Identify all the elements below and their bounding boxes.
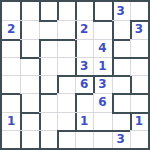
given-digit: 2 — [80, 23, 88, 35]
given-digit: 3 — [135, 23, 143, 35]
cell-r3c8[interactable] — [130, 39, 148, 57]
cell-r3c3[interactable] — [39, 39, 57, 57]
cell-r6c6[interactable]: 6 — [93, 93, 111, 111]
cell-r8c2[interactable] — [20, 130, 38, 148]
cell-r4c5[interactable]: 3 — [75, 57, 93, 75]
cell-r5c6[interactable]: 3 — [93, 75, 111, 93]
given-digit: 1 — [7, 115, 15, 127]
cell-r7c4[interactable] — [57, 112, 75, 130]
cell-r3c7[interactable] — [112, 39, 130, 57]
cell-r4c3[interactable] — [39, 57, 57, 75]
cell-r4c4[interactable] — [57, 57, 75, 75]
cell-r4c2[interactable] — [20, 57, 38, 75]
cell-r2c6[interactable] — [93, 20, 111, 38]
cell-r7c7[interactable] — [112, 112, 130, 130]
cell-r4c8[interactable] — [130, 57, 148, 75]
cell-r7c5[interactable]: 1 — [75, 112, 93, 130]
cell-r5c7[interactable] — [112, 75, 130, 93]
cell-r7c2[interactable] — [20, 112, 38, 130]
cell-r8c8[interactable] — [130, 130, 148, 148]
cell-r2c7[interactable] — [112, 20, 130, 38]
cell-r4c1[interactable] — [2, 57, 20, 75]
given-digit: 3 — [116, 5, 124, 17]
cell-r1c1[interactable] — [2, 2, 20, 20]
cell-r8c1[interactable] — [2, 130, 20, 148]
cell-r6c4[interactable] — [57, 93, 75, 111]
cell-r5c2[interactable] — [20, 75, 38, 93]
cell-r5c5[interactable]: 6 — [75, 75, 93, 93]
cell-r3c1[interactable] — [2, 39, 20, 57]
cell-r7c3[interactable] — [39, 112, 57, 130]
cell-r7c8[interactable]: 1 — [130, 112, 148, 130]
cell-r6c8[interactable] — [130, 93, 148, 111]
cell-r8c6[interactable] — [93, 130, 111, 148]
given-digit: 4 — [98, 42, 106, 54]
given-digit: 3 — [80, 60, 88, 72]
cell-r5c1[interactable] — [2, 75, 20, 93]
cell-r2c3[interactable] — [39, 20, 57, 38]
given-digit: 1 — [98, 60, 106, 72]
cell-r6c7[interactable] — [112, 93, 130, 111]
cell-r1c7[interactable]: 3 — [112, 2, 130, 20]
cell-r6c3[interactable] — [39, 93, 57, 111]
cell-r5c8[interactable] — [130, 75, 148, 93]
cell-r8c4[interactable] — [57, 130, 75, 148]
given-digit: 6 — [98, 96, 106, 108]
cell-r1c8[interactable] — [130, 2, 148, 20]
cell-r2c2[interactable] — [20, 20, 38, 38]
cell-r4c7[interactable] — [112, 57, 130, 75]
puzzle-board: 32234316361113 — [0, 0, 150, 150]
cell-r5c4[interactable] — [57, 75, 75, 93]
cell-r6c5[interactable] — [75, 93, 93, 111]
cell-r7c1[interactable]: 1 — [2, 112, 20, 130]
cell-r7c6[interactable] — [93, 112, 111, 130]
cell-r6c1[interactable] — [2, 93, 20, 111]
cell-r2c5[interactable]: 2 — [75, 20, 93, 38]
cell-r3c6[interactable]: 4 — [93, 39, 111, 57]
cell-r1c2[interactable] — [20, 2, 38, 20]
given-digit: 2 — [7, 23, 15, 35]
given-digit: 6 — [80, 78, 88, 90]
cell-r8c7[interactable]: 3 — [112, 130, 130, 148]
cell-r8c3[interactable] — [39, 130, 57, 148]
cell-r2c4[interactable] — [57, 20, 75, 38]
cell-r4c6[interactable]: 1 — [93, 57, 111, 75]
cell-r1c4[interactable] — [57, 2, 75, 20]
cell-r5c3[interactable] — [39, 75, 57, 93]
cell-r1c6[interactable] — [93, 2, 111, 20]
cell-r2c8[interactable]: 3 — [130, 20, 148, 38]
cell-r8c5[interactable] — [75, 130, 93, 148]
cell-r3c4[interactable] — [57, 39, 75, 57]
cell-r6c2[interactable] — [20, 93, 38, 111]
cell-r2c1[interactable]: 2 — [2, 20, 20, 38]
given-digit: 3 — [116, 133, 124, 145]
given-digit: 3 — [98, 78, 106, 90]
cell-r3c5[interactable] — [75, 39, 93, 57]
cell-r1c5[interactable] — [75, 2, 93, 20]
given-digit: 1 — [135, 115, 143, 127]
cell-r3c2[interactable] — [20, 39, 38, 57]
cell-r1c3[interactable] — [39, 2, 57, 20]
given-digit: 1 — [80, 115, 88, 127]
